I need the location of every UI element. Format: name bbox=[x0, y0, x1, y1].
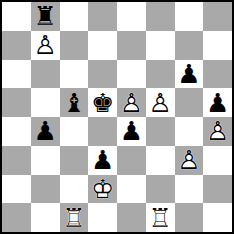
square-g8[interactable] bbox=[175, 2, 204, 31]
square-d1[interactable] bbox=[88, 203, 117, 232]
piece-black-bishop-c5[interactable]: ♝︎ bbox=[60, 88, 89, 117]
square-c3[interactable] bbox=[60, 146, 89, 175]
square-a5[interactable] bbox=[2, 88, 31, 117]
square-d8[interactable] bbox=[88, 2, 117, 31]
square-b1[interactable] bbox=[31, 203, 60, 232]
square-d5[interactable]: ♚︎ bbox=[88, 88, 117, 117]
piece-black-king-d5[interactable]: ♚︎ bbox=[88, 88, 117, 117]
square-h8[interactable] bbox=[203, 2, 232, 31]
square-c7[interactable] bbox=[60, 31, 89, 60]
square-d2[interactable]: ♚︎ bbox=[88, 175, 117, 204]
square-c4[interactable] bbox=[60, 117, 89, 146]
square-c2[interactable] bbox=[60, 175, 89, 204]
square-g6[interactable]: ♟︎ bbox=[175, 60, 204, 89]
piece-black-rook-b8[interactable]: ♜︎ bbox=[31, 2, 60, 31]
square-e6[interactable] bbox=[117, 60, 146, 89]
square-h6[interactable] bbox=[203, 60, 232, 89]
piece-black-pawn-b4[interactable]: ♟︎ bbox=[31, 117, 60, 146]
square-h5[interactable]: ♟︎ bbox=[203, 88, 232, 117]
square-b7[interactable]: ♟︎ bbox=[31, 31, 60, 60]
piece-black-pawn-g6[interactable]: ♟︎ bbox=[175, 60, 204, 89]
piece-white-king-d2[interactable]: ♚︎ bbox=[88, 175, 117, 204]
square-f5[interactable]: ♟︎ bbox=[146, 88, 175, 117]
square-d6[interactable] bbox=[88, 60, 117, 89]
square-a8[interactable] bbox=[2, 2, 31, 31]
piece-white-pawn-e5[interactable]: ♟︎ bbox=[117, 88, 146, 117]
square-c1[interactable]: ♜︎ bbox=[60, 203, 89, 232]
square-h2[interactable] bbox=[203, 175, 232, 204]
square-g5[interactable] bbox=[175, 88, 204, 117]
square-c5[interactable]: ♝︎ bbox=[60, 88, 89, 117]
square-a7[interactable] bbox=[2, 31, 31, 60]
square-g4[interactable] bbox=[175, 117, 204, 146]
square-h4[interactable]: ♟︎ bbox=[203, 117, 232, 146]
square-h7[interactable] bbox=[203, 31, 232, 60]
square-f1[interactable]: ♜︎ bbox=[146, 203, 175, 232]
square-d7[interactable] bbox=[88, 31, 117, 60]
square-e3[interactable] bbox=[117, 146, 146, 175]
square-b4[interactable]: ♟︎ bbox=[31, 117, 60, 146]
square-b3[interactable] bbox=[31, 146, 60, 175]
square-a2[interactable] bbox=[2, 175, 31, 204]
square-e1[interactable] bbox=[117, 203, 146, 232]
square-g7[interactable] bbox=[175, 31, 204, 60]
square-b8[interactable]: ♜︎ bbox=[31, 2, 60, 31]
square-f7[interactable] bbox=[146, 31, 175, 60]
square-f4[interactable] bbox=[146, 117, 175, 146]
square-f8[interactable] bbox=[146, 2, 175, 31]
chess-board: ♜︎♟︎♟︎♝︎♚︎♟︎♟︎♟︎♟︎♟︎♟︎♟︎♟︎♚︎♜︎♜︎ bbox=[0, 0, 234, 234]
square-a4[interactable] bbox=[2, 117, 31, 146]
square-b2[interactable] bbox=[31, 175, 60, 204]
square-d3[interactable]: ♟︎ bbox=[88, 146, 117, 175]
square-a6[interactable] bbox=[2, 60, 31, 89]
piece-black-pawn-e4[interactable]: ♟︎ bbox=[117, 117, 146, 146]
square-g1[interactable] bbox=[175, 203, 204, 232]
piece-white-pawn-g3[interactable]: ♟︎ bbox=[175, 146, 204, 175]
square-h1[interactable] bbox=[203, 203, 232, 232]
piece-white-rook-c1[interactable]: ♜︎ bbox=[60, 203, 89, 232]
square-h3[interactable] bbox=[203, 146, 232, 175]
piece-black-pawn-h5[interactable]: ♟︎ bbox=[203, 88, 232, 117]
square-f2[interactable] bbox=[146, 175, 175, 204]
piece-white-pawn-h4[interactable]: ♟︎ bbox=[203, 117, 232, 146]
square-d4[interactable] bbox=[88, 117, 117, 146]
square-e4[interactable]: ♟︎ bbox=[117, 117, 146, 146]
square-c8[interactable] bbox=[60, 2, 89, 31]
square-b6[interactable] bbox=[31, 60, 60, 89]
square-e7[interactable] bbox=[117, 31, 146, 60]
piece-white-pawn-b7[interactable]: ♟︎ bbox=[31, 31, 60, 60]
square-g2[interactable] bbox=[175, 175, 204, 204]
piece-black-pawn-d3[interactable]: ♟︎ bbox=[88, 146, 117, 175]
square-c6[interactable] bbox=[60, 60, 89, 89]
square-a1[interactable] bbox=[2, 203, 31, 232]
square-e2[interactable] bbox=[117, 175, 146, 204]
square-g3[interactable]: ♟︎ bbox=[175, 146, 204, 175]
square-a3[interactable] bbox=[2, 146, 31, 175]
square-e5[interactable]: ♟︎ bbox=[117, 88, 146, 117]
square-f6[interactable] bbox=[146, 60, 175, 89]
square-f3[interactable] bbox=[146, 146, 175, 175]
square-e8[interactable] bbox=[117, 2, 146, 31]
chess-board-grid: ♜︎♟︎♟︎♝︎♚︎♟︎♟︎♟︎♟︎♟︎♟︎♟︎♟︎♚︎♜︎♜︎ bbox=[2, 2, 232, 232]
piece-white-pawn-f5[interactable]: ♟︎ bbox=[146, 88, 175, 117]
piece-white-rook-f1[interactable]: ♜︎ bbox=[146, 203, 175, 232]
square-b5[interactable] bbox=[31, 88, 60, 117]
